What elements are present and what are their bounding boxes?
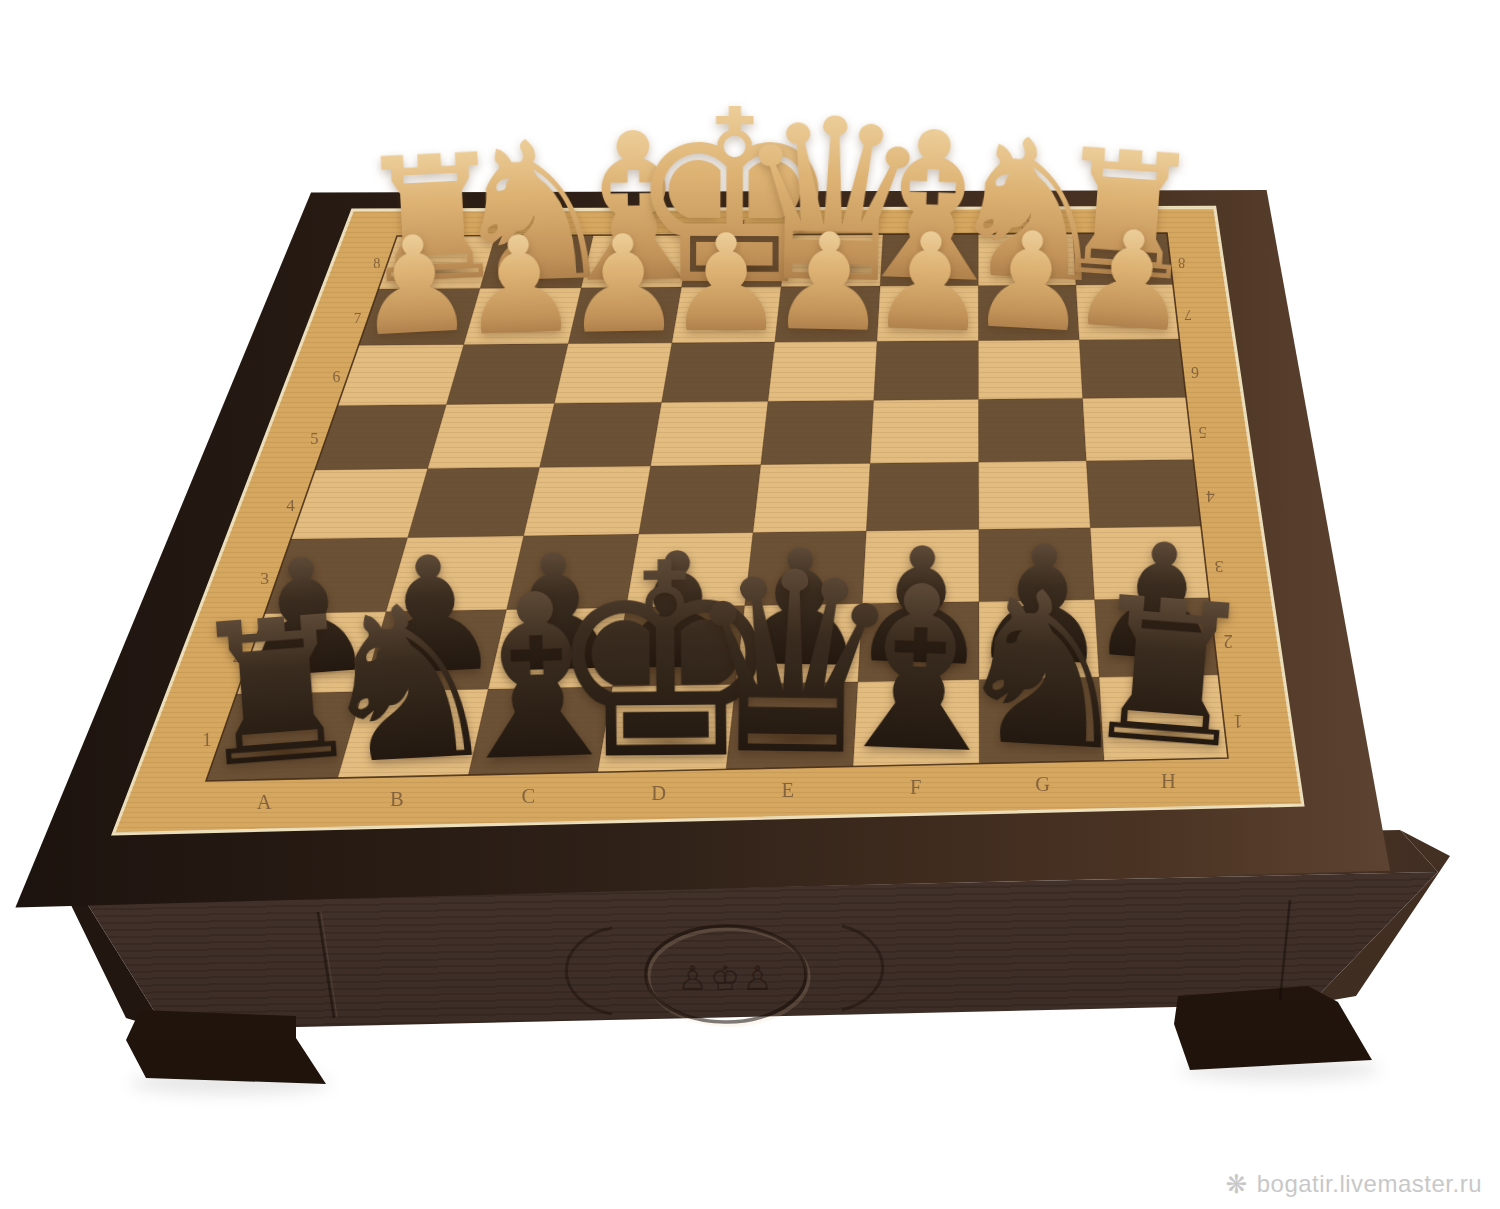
piece-black-rook-h1[interactable]: ♜ [1063,568,1274,779]
photo-scene: ♙♔♙ AABBCCDDEEFFGGHH112233445 [0,0,1500,1209]
rosette-icon: ❋ [1225,1171,1247,1197]
watermark-text: bogatir.livemaster.ru [1257,1170,1482,1198]
watermark: ❋ bogatir.livemaster.ru [1225,1170,1482,1198]
pieces-layer: ♜♞♝♚♛♝♞♜♟♟♟♟♟♟♟♟♟♟♟♟♟♟♟♟♜♞♝♚♛♝♞♜ [0,0,1500,1209]
piece-white-pawn-h7[interactable]: ♟ [1059,210,1202,353]
